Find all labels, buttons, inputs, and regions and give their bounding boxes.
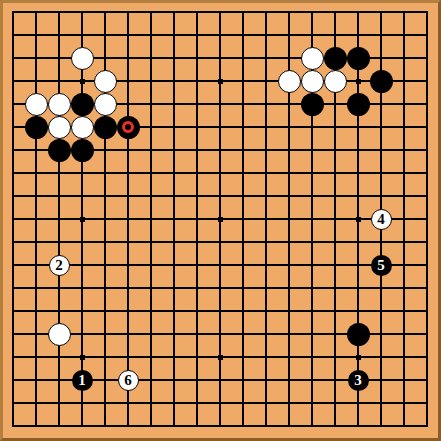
stone-black <box>347 323 370 346</box>
move-number: 6 <box>124 373 132 388</box>
stone-black-move-1: 1 <box>72 370 93 391</box>
stone-white <box>278 70 301 93</box>
move-number: 4 <box>377 212 385 227</box>
circle-marker-icon <box>122 121 134 133</box>
move-number: 2 <box>55 258 63 273</box>
stone-white-move-6: 6 <box>118 370 139 391</box>
move-number: 3 <box>354 373 362 388</box>
stone-white <box>301 70 324 93</box>
stone-black-move-5: 5 <box>371 255 392 276</box>
stone-black <box>71 93 94 116</box>
stone-black-move-3: 3 <box>348 370 369 391</box>
stone-black <box>370 70 393 93</box>
stone-black <box>301 93 324 116</box>
stone-white <box>71 47 94 70</box>
stone-black <box>71 139 94 162</box>
stones-grid: 425163 <box>2 1 439 438</box>
stone-black <box>347 93 370 116</box>
move-number: 5 <box>377 258 385 273</box>
move-number: 1 <box>78 373 86 388</box>
stone-black <box>347 47 370 70</box>
stone-white <box>94 93 117 116</box>
stone-black <box>48 139 71 162</box>
stone-white-move-4: 4 <box>371 209 392 230</box>
stone-black-marked <box>117 116 140 139</box>
stone-white-move-2: 2 <box>49 255 70 276</box>
stone-white <box>94 70 117 93</box>
stone-white <box>71 116 94 139</box>
stone-white <box>324 70 347 93</box>
stone-white <box>301 47 324 70</box>
stone-white <box>25 93 48 116</box>
stone-white <box>48 116 71 139</box>
stone-black <box>94 116 117 139</box>
stone-black <box>25 116 48 139</box>
stone-black <box>324 47 347 70</box>
stone-white <box>48 93 71 116</box>
go-board: 425163 <box>0 0 441 441</box>
stone-white <box>48 323 71 346</box>
